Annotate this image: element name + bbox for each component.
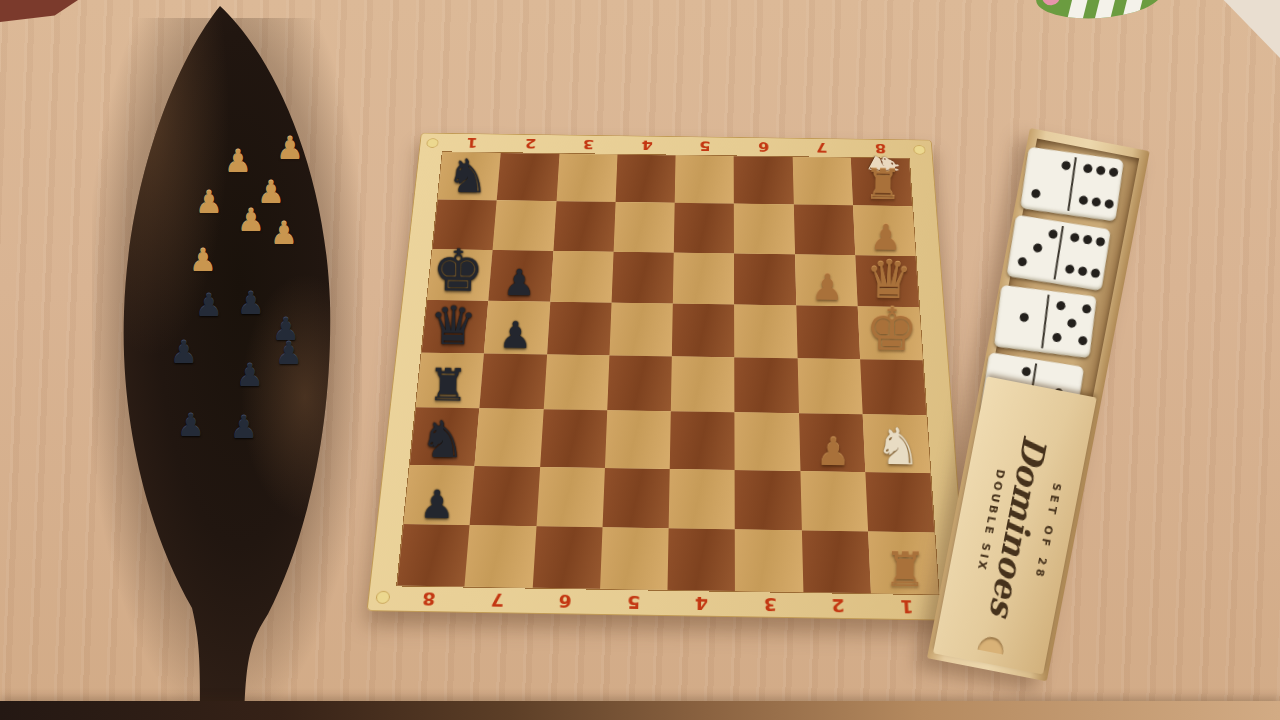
piece-wN: ♞ xyxy=(875,420,921,471)
square-r6c4 xyxy=(605,410,671,468)
piece-wR: ♜ xyxy=(883,545,927,593)
square-r5c6 xyxy=(734,357,798,413)
square-r4c7 xyxy=(796,305,860,359)
square-r1c6 xyxy=(734,156,794,204)
square-r6c1: ♞ xyxy=(410,408,480,466)
piece-wP: ♟ xyxy=(810,269,843,306)
table-corner-background xyxy=(1216,0,1280,58)
tin-white-mark xyxy=(1123,0,1146,21)
square-r3c1: ♚ xyxy=(427,249,493,301)
board-number-4: 4 xyxy=(617,136,676,155)
tin-white-mark xyxy=(1067,0,1090,22)
domino-pip xyxy=(1077,266,1087,276)
square-r3c6 xyxy=(734,253,796,305)
domino-pip xyxy=(1031,189,1041,199)
square-r5c7 xyxy=(797,358,862,414)
domino-pip xyxy=(1095,237,1105,247)
board-number-7: 7 xyxy=(792,139,851,158)
square-r4c2: ♟ xyxy=(484,301,550,355)
domino-1-5 xyxy=(994,285,1097,358)
square-r2c5 xyxy=(674,203,734,253)
board-number-1: 1 xyxy=(872,594,942,619)
square-r2c7 xyxy=(793,205,855,255)
board-number-7: 7 xyxy=(462,588,532,613)
tray-light-piece: ♟ xyxy=(189,245,217,276)
domino-pip xyxy=(1061,160,1071,170)
piece-bP: ♟ xyxy=(503,264,536,300)
square-r3c3 xyxy=(550,251,613,303)
domino-pip xyxy=(1048,229,1058,239)
piece-bK: ♚ xyxy=(432,242,485,300)
domino-pip xyxy=(1104,199,1114,209)
dominoes-box: SET OF 28 Dominoes DOUBLE SIX xyxy=(927,128,1150,681)
square-r5c2 xyxy=(480,354,547,410)
domino-pip xyxy=(1083,164,1093,174)
tray-dark-piece: ♟ xyxy=(195,290,223,321)
square-r6c2 xyxy=(475,409,543,467)
square-r5c3 xyxy=(543,355,609,411)
board-corner-dot xyxy=(426,138,439,148)
square-r2c2 xyxy=(493,200,556,250)
piece-bN: ♞ xyxy=(447,153,489,200)
square-r1c3 xyxy=(556,154,617,202)
board-number-2: 2 xyxy=(803,593,872,618)
domino-pip xyxy=(1096,165,1106,175)
square-r4c5 xyxy=(672,303,735,357)
tray-light-piece: ♟ xyxy=(276,133,304,164)
tray-light-piece: ♟ xyxy=(270,218,298,249)
square-r8c6 xyxy=(735,529,803,592)
board-number-8: 8 xyxy=(394,586,464,611)
tray-light-piece: ♟ xyxy=(195,187,223,218)
board-number-8: 8 xyxy=(850,139,909,158)
square-r2c4 xyxy=(613,202,674,252)
square-r1c4 xyxy=(615,155,675,203)
tray-light-piece: ♟ xyxy=(237,205,265,236)
domino-pip xyxy=(1082,234,1092,244)
tin-pink-mark xyxy=(1041,0,1060,6)
tray-dark-piece: ♟ xyxy=(237,288,265,319)
green-tin-edge xyxy=(1035,0,1164,22)
domino-pip xyxy=(1019,312,1029,322)
square-r1c7 xyxy=(792,157,853,206)
piece-bQ: ♛ xyxy=(429,299,477,353)
square-r5c8 xyxy=(860,359,927,415)
tray-light-piece: ♟ xyxy=(224,146,252,177)
domino-pip xyxy=(1070,232,1080,242)
tray-dark-piece: ♟ xyxy=(177,410,205,441)
domino-pip xyxy=(1082,304,1092,314)
board-number-4: 4 xyxy=(667,591,735,616)
square-r6c7: ♟ xyxy=(799,413,866,471)
board-number-5: 5 xyxy=(676,137,735,156)
square-r7c5 xyxy=(669,469,735,529)
square-r6c6 xyxy=(735,412,800,470)
square-r1c1: ♞ xyxy=(438,152,501,200)
board-number-3: 3 xyxy=(735,592,804,617)
domino-pip xyxy=(1056,301,1066,311)
board-number-6: 6 xyxy=(530,589,599,614)
square-r1c5 xyxy=(675,155,734,203)
lid-label: SET OF 28 Dominoes DOUBLE SIX xyxy=(939,387,1079,662)
domino-pip xyxy=(1091,197,1101,207)
square-r4c1: ♛ xyxy=(422,300,489,354)
piece-bR: ♜ xyxy=(428,362,469,407)
board-squares: ♞♜♟♚♟♟♛♛♟♚♜♞♟♞♟♜ xyxy=(396,151,940,595)
square-r7c3 xyxy=(536,467,605,527)
square-r3c4 xyxy=(611,251,673,303)
square-r4c8: ♚ xyxy=(857,306,922,360)
board-number-2: 2 xyxy=(500,135,559,153)
square-r7c7 xyxy=(800,471,868,532)
piece-bP: ♟ xyxy=(419,484,454,523)
square-r7c4 xyxy=(602,468,669,528)
square-r2c3 xyxy=(553,201,615,251)
square-r5c1: ♜ xyxy=(416,353,484,409)
square-r4c3 xyxy=(547,302,612,356)
domino-pip xyxy=(1090,268,1100,278)
square-r5c4 xyxy=(607,355,672,411)
piece-wK: ♚ xyxy=(865,300,919,360)
domino-2-6 xyxy=(1020,147,1124,222)
square-r8c5 xyxy=(667,528,735,591)
square-r4c4 xyxy=(609,302,673,356)
domino-pip xyxy=(1017,257,1027,267)
board-number-3: 3 xyxy=(559,135,618,153)
domino-pip xyxy=(1021,366,1031,376)
domino-pip xyxy=(1078,195,1088,205)
square-r3c2: ♟ xyxy=(489,250,554,302)
domino-pip xyxy=(1109,167,1119,177)
domino-pip xyxy=(1067,318,1077,328)
square-r6c3 xyxy=(540,410,607,468)
square-r6c8: ♞ xyxy=(862,414,930,472)
square-r8c7 xyxy=(801,530,870,593)
square-r8c4 xyxy=(600,527,669,590)
tray-dark-piece: ♟ xyxy=(170,337,198,368)
piece-wP: ♟ xyxy=(815,432,850,471)
square-r4c6 xyxy=(734,304,797,358)
square-r6c5 xyxy=(670,411,735,469)
board-number-6: 6 xyxy=(734,138,793,157)
square-r3c7: ♟ xyxy=(795,254,858,306)
domino-pip xyxy=(1033,243,1043,253)
board-number-5: 5 xyxy=(599,590,668,615)
square-r7c2 xyxy=(470,466,540,526)
square-r7c8 xyxy=(865,472,934,533)
square-r8c2 xyxy=(465,525,536,588)
domino-pip xyxy=(1065,264,1075,274)
tin-white-mark xyxy=(1095,0,1118,22)
table-front-edge xyxy=(0,701,1280,720)
square-r7c6 xyxy=(735,470,802,531)
board-corner-dot xyxy=(913,145,926,155)
square-r8c1 xyxy=(397,524,470,587)
domino-pip xyxy=(1078,336,1088,346)
chessboard: 12345678 87654321 ♞♜♟♚♟♟♛♛♟♚♜♞♟♞♟♜ ♞ xyxy=(367,133,969,621)
piece-bN: ♞ xyxy=(420,413,466,464)
square-r2c6 xyxy=(734,204,795,254)
square-r8c3 xyxy=(532,526,602,589)
square-r8c8: ♜ xyxy=(868,531,939,594)
square-r3c5 xyxy=(673,252,735,304)
board-corner-dot xyxy=(375,591,390,604)
piece-wR: ♜ xyxy=(864,163,902,205)
board-number-1: 1 xyxy=(442,134,502,152)
domino-pip xyxy=(1052,333,1062,343)
tray-dark-piece: ♟ xyxy=(230,412,258,443)
tray-dark-piece: ♟ xyxy=(275,338,303,369)
piece-bP: ♟ xyxy=(499,316,532,353)
tray-dark-piece: ♟ xyxy=(236,360,264,391)
square-r7c1: ♟ xyxy=(404,465,475,525)
red-object-edge xyxy=(0,0,78,22)
dominoes-box-lid: SET OF 28 Dominoes DOUBLE SIX xyxy=(933,376,1097,674)
square-r1c2 xyxy=(497,153,559,201)
square-r5c5 xyxy=(671,356,735,412)
